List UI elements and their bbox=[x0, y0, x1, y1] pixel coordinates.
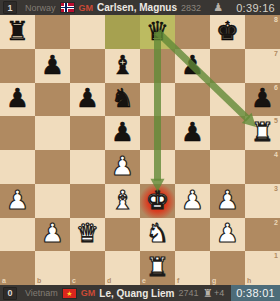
square-c3[interactable] bbox=[70, 184, 105, 218]
file-label-b: b bbox=[37, 277, 41, 284]
square-h3[interactable]: 3 bbox=[245, 184, 280, 218]
white-king-e3: ♚ bbox=[146, 187, 169, 213]
square-g7[interactable] bbox=[210, 49, 245, 83]
square-g1[interactable]: g bbox=[210, 251, 245, 285]
square-a6[interactable]: ♟ bbox=[0, 83, 35, 117]
bottom-score-badge: 0 bbox=[3, 287, 17, 300]
file-label-e: e bbox=[142, 277, 146, 284]
square-f8[interactable] bbox=[175, 15, 210, 49]
vietnam-flag-icon bbox=[63, 289, 76, 298]
white-rook-h5: ♜ bbox=[251, 119, 274, 145]
square-e6[interactable] bbox=[140, 83, 175, 117]
white-pawn-d4: ♟ bbox=[111, 153, 134, 179]
black-pawn-f5: ♟ bbox=[181, 119, 204, 145]
bottom-player-rating: 2741 bbox=[178, 288, 198, 298]
top-score-badge: 1 bbox=[3, 1, 17, 14]
square-d2[interactable] bbox=[105, 218, 140, 252]
square-g2[interactable]: ♟ bbox=[210, 218, 245, 252]
square-c7[interactable] bbox=[70, 49, 105, 83]
square-d7[interactable]: ♝ bbox=[105, 49, 140, 83]
square-h7[interactable]: 7 bbox=[245, 49, 280, 83]
square-g3[interactable]: ♟ bbox=[210, 184, 245, 218]
rank-label-6: 6 bbox=[274, 84, 278, 91]
black-knight-d6: ♞ bbox=[111, 85, 134, 111]
square-a1[interactable]: a bbox=[0, 251, 35, 285]
rank-label-1: 1 bbox=[274, 252, 278, 259]
black-bishop-d7: ♝ bbox=[111, 52, 134, 78]
square-e1[interactable]: ♜e bbox=[140, 251, 175, 285]
square-d4[interactable]: ♟ bbox=[105, 150, 140, 184]
rank-label-7: 7 bbox=[274, 50, 278, 57]
square-f3[interactable]: ♟ bbox=[175, 184, 210, 218]
square-b6[interactable] bbox=[35, 83, 70, 117]
square-f1[interactable]: f bbox=[175, 251, 210, 285]
black-pawn-f7: ♟ bbox=[181, 52, 204, 78]
square-g4[interactable] bbox=[210, 150, 245, 184]
square-f7[interactable]: ♟ bbox=[175, 49, 210, 83]
square-h1[interactable]: 1h bbox=[245, 251, 280, 285]
file-label-a: a bbox=[2, 277, 6, 284]
square-f2[interactable] bbox=[175, 218, 210, 252]
square-d5[interactable]: ♟ bbox=[105, 116, 140, 150]
top-material-indicator: ♟ bbox=[213, 2, 224, 13]
bottom-country-label: Vietnam bbox=[25, 288, 58, 298]
square-g5[interactable] bbox=[210, 116, 245, 150]
square-a2[interactable] bbox=[0, 218, 35, 252]
square-b1[interactable]: b bbox=[35, 251, 70, 285]
top-player-name[interactable]: Carlsen, Magnus bbox=[97, 2, 177, 13]
file-label-c: c bbox=[72, 277, 76, 284]
square-b8[interactable] bbox=[35, 15, 70, 49]
square-e4[interactable] bbox=[140, 150, 175, 184]
black-pawn-h6: ♟ bbox=[251, 85, 274, 111]
norway-flag-icon bbox=[61, 3, 74, 12]
square-a5[interactable] bbox=[0, 116, 35, 150]
bottom-player-bar: 0 Vietnam GM Le, Quang Liem 2741 ♜ +4 0:… bbox=[0, 285, 280, 301]
black-queen-e8: ♛ bbox=[146, 18, 169, 44]
white-rook-e1: ♜ bbox=[146, 254, 169, 280]
square-g8[interactable]: ♚ bbox=[210, 15, 245, 49]
top-player-bar: 1 Norway GM Carlsen, Magnus 2832 ♟ 0:39:… bbox=[0, 0, 280, 15]
square-b3[interactable] bbox=[35, 184, 70, 218]
square-f5[interactable]: ♟ bbox=[175, 116, 210, 150]
square-e8[interactable]: ♛ bbox=[140, 15, 175, 49]
square-c1[interactable]: c bbox=[70, 251, 105, 285]
black-king-g8: ♚ bbox=[216, 18, 239, 44]
square-a7[interactable] bbox=[0, 49, 35, 83]
black-pawn-c6: ♟ bbox=[76, 85, 99, 111]
square-e2[interactable]: ♞ bbox=[140, 218, 175, 252]
file-label-h: h bbox=[247, 277, 251, 284]
top-country-label: Norway bbox=[25, 3, 56, 13]
white-pawn-f3: ♟ bbox=[181, 187, 204, 213]
square-g6[interactable] bbox=[210, 83, 245, 117]
square-h8[interactable]: 8 bbox=[245, 15, 280, 49]
rank-label-3: 3 bbox=[274, 185, 278, 192]
rank-label-5: 5 bbox=[274, 117, 278, 124]
square-b7[interactable]: ♟ bbox=[35, 49, 70, 83]
chess-app-window: 1 Norway GM Carlsen, Magnus 2832 ♟ 0:39:… bbox=[0, 0, 280, 301]
square-c5[interactable] bbox=[70, 116, 105, 150]
pawn-icon: ♟ bbox=[213, 2, 223, 13]
rank-label-4: 4 bbox=[274, 151, 278, 158]
square-e5[interactable] bbox=[140, 116, 175, 150]
file-label-f: f bbox=[177, 277, 179, 284]
square-c4[interactable] bbox=[70, 150, 105, 184]
bottom-material-indicator: ♜ +4 bbox=[203, 288, 224, 299]
square-b4[interactable] bbox=[35, 150, 70, 184]
square-c8[interactable] bbox=[70, 15, 105, 49]
square-h2[interactable]: 2 bbox=[245, 218, 280, 252]
white-knight-e2: ♞ bbox=[146, 220, 169, 246]
square-d8[interactable] bbox=[105, 15, 140, 49]
square-c6[interactable]: ♟ bbox=[70, 83, 105, 117]
black-pawn-b7: ♟ bbox=[41, 52, 64, 78]
rank-label-2: 2 bbox=[274, 219, 278, 226]
square-b5[interactable] bbox=[35, 116, 70, 150]
square-f6[interactable] bbox=[175, 83, 210, 117]
top-gm-title: GM bbox=[79, 3, 94, 13]
square-h6[interactable]: ♟6 bbox=[245, 83, 280, 117]
square-b2[interactable]: ♟ bbox=[35, 218, 70, 252]
black-pawn-d5: ♟ bbox=[111, 119, 134, 145]
square-a8[interactable]: ♜ bbox=[0, 15, 35, 49]
square-f4[interactable] bbox=[175, 150, 210, 184]
square-c2[interactable]: ♛ bbox=[70, 218, 105, 252]
square-d3[interactable]: ♝ bbox=[105, 184, 140, 218]
black-rook-a8: ♜ bbox=[6, 18, 29, 44]
square-e7[interactable] bbox=[140, 49, 175, 83]
white-queen-c2: ♛ bbox=[76, 220, 99, 246]
black-pawn-a6: ♟ bbox=[6, 85, 29, 111]
white-pawn-a3: ♟ bbox=[6, 187, 29, 213]
top-player-clock: 0:39:16 bbox=[231, 0, 280, 15]
square-d1[interactable]: d bbox=[105, 251, 140, 285]
rook-icon: ♜ bbox=[203, 288, 213, 299]
file-label-g: g bbox=[212, 277, 216, 284]
white-pawn-g2: ♟ bbox=[216, 220, 239, 246]
chess-board[interactable]: ♜♛♚8♟♝♟7♟♟♞♟6♟♟♜5♟4♟♝♚♟♟3♟♛♞♟2abcd♜efg1h bbox=[0, 15, 280, 285]
square-e3[interactable]: ♚ bbox=[140, 184, 175, 218]
chess-board-area: ♜♛♚8♟♝♟7♟♟♞♟6♟♟♜5♟4♟♝♚♟♟3♟♛♞♟2abcd♜efg1h bbox=[0, 15, 280, 285]
square-d6[interactable]: ♞ bbox=[105, 83, 140, 117]
square-a3[interactable]: ♟ bbox=[0, 184, 35, 218]
square-a4[interactable] bbox=[0, 150, 35, 184]
top-player-rating: 2832 bbox=[181, 3, 201, 13]
file-label-d: d bbox=[107, 277, 111, 284]
bottom-player-clock: 0:38:01 bbox=[231, 285, 280, 301]
bottom-player-name[interactable]: Le, Quang Liem bbox=[99, 288, 174, 299]
white-pawn-g3: ♟ bbox=[216, 187, 239, 213]
white-bishop-d3: ♝ bbox=[111, 187, 134, 213]
square-h4[interactable]: 4 bbox=[245, 150, 280, 184]
square-h5[interactable]: ♜5 bbox=[245, 116, 280, 150]
rank-label-8: 8 bbox=[274, 16, 278, 23]
bottom-gm-title: GM bbox=[81, 288, 96, 298]
white-pawn-b2: ♟ bbox=[41, 220, 64, 246]
